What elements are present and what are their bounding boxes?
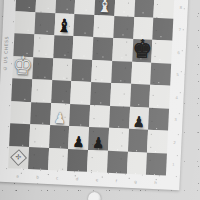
file-label-g: g [134,179,137,184]
square-b3 [30,102,51,125]
square-c4 [51,80,72,103]
square-b8 [35,0,56,13]
square-g5 [131,61,152,84]
square-e8: ♝ [94,0,115,15]
square-a1: ✢ [8,146,29,169]
square-d4 [70,81,91,104]
square-e7 [93,15,114,38]
file-label-d: d [76,176,79,181]
file-label-b: b [36,174,39,179]
piece-black-king: ♚ [132,36,153,62]
square-e2: ♟ [88,127,109,150]
square-e3 [89,104,110,127]
square-a2 [9,123,30,146]
square-d6 [73,36,94,59]
logo-glyph: ✢ [16,153,22,160]
square-a5: ♚ [12,56,33,79]
file-label-c: c [56,175,58,180]
square-a7 [14,11,35,34]
square-h2 [147,130,168,153]
square-c7: ♝ [54,13,75,36]
square-d2: ♟ [68,126,89,149]
rank-label-1: 1 [172,162,175,167]
square-f7 [113,15,134,38]
rank-label-8: 8 [179,5,182,10]
square-h7 [153,17,174,40]
square-a3 [10,101,31,124]
square-e6 [92,37,113,60]
file-label-a: a [16,173,19,178]
file-label-e: e [96,177,99,182]
square-g2 [128,129,149,152]
square-f4 [110,83,131,106]
square-g8 [134,0,155,17]
square-g3: ♟ [129,106,150,129]
piece-white-bishop: ♝ [97,0,112,15]
table-surface: © US CHESS ♝♝♚♚♟♟♟♟✢ abcdefgh 87654321 [0,0,200,200]
rank-label-2: 2 [173,140,176,145]
square-f2 [108,128,129,151]
square-h1 [146,152,167,175]
piece-black-pawn: ♟ [72,134,84,149]
square-g6: ♚ [132,39,153,62]
rank-label-6: 6 [177,50,180,55]
rank-label-5: 5 [176,72,179,77]
square-f5 [111,60,132,83]
rank-label-3: 3 [174,117,177,122]
square-c3: ♟ [50,103,71,126]
rank-label-4: 4 [175,95,178,100]
square-e5 [91,59,112,82]
square-h8 [154,0,175,18]
piece-black-pawn: ♟ [133,114,145,129]
piece-black-pawn: ♟ [92,135,104,150]
square-g1 [126,151,147,174]
square-b1 [28,147,49,170]
square-h3 [148,107,169,130]
square-h6 [151,40,172,63]
board-squares: ♝♝♚♚♟♟♟♟✢ [8,0,174,176]
square-e4 [90,82,111,105]
piece-white-king: ♚ [12,53,33,79]
file-label-f: f [115,178,117,183]
file-label-h: h [154,180,157,185]
square-c5 [52,58,73,81]
square-f1 [107,150,128,173]
square-b7 [34,12,55,35]
square-c6 [53,35,74,58]
us-chess-diamond-logo: ✢ [10,149,27,166]
square-g4 [130,84,151,107]
us-chess-edge-text: © US CHESS [3,36,10,71]
square-f6 [112,38,133,61]
square-d3 [69,104,90,127]
square-c8 [55,0,76,14]
square-b6 [33,34,54,57]
square-d7 [74,14,95,37]
square-h5 [150,62,171,85]
offboard-white-piece [88,192,101,200]
piece-white-pawn: ♟ [54,110,66,125]
square-c1 [48,148,69,171]
square-b5 [32,57,53,80]
square-d1 [67,148,88,171]
square-c2 [49,125,70,148]
square-d8 [75,0,96,15]
chess-board: © US CHESS ♝♝♚♚♟♟♟♟✢ abcdefgh 87654321 [0,0,189,190]
square-d5 [72,59,93,82]
square-f3 [109,105,130,128]
square-b4 [31,79,52,102]
square-a4 [11,78,32,101]
piece-black-bishop: ♝ [57,17,72,36]
square-h4 [149,85,170,108]
rank-label-7: 7 [178,27,181,32]
square-e1 [87,149,108,172]
square-f8 [114,0,135,16]
square-b2 [29,124,50,147]
